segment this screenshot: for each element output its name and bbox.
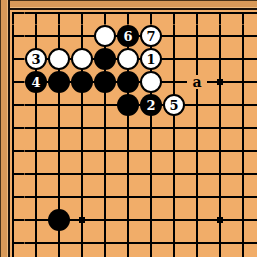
intersection-c2-r6[interactable] [25, 117, 48, 140]
intersection-c6-r3[interactable] [117, 48, 140, 71]
intersection-c7-r2[interactable]: 7 [140, 25, 163, 48]
intersection-c12-r6[interactable] [255, 117, 258, 140]
intersection-c10-r11[interactable] [209, 232, 232, 255]
black-stone [94, 48, 116, 70]
intersection-c9-r8[interactable] [186, 163, 209, 186]
intersection-c8-r11[interactable] [163, 232, 186, 255]
intersection-c4-r2[interactable] [71, 25, 94, 48]
intersection-c12-r7[interactable] [255, 140, 258, 163]
white-stone [140, 71, 162, 93]
go-diagram: 67314a25 [0, 0, 257, 257]
intersection-c12-r10[interactable] [255, 209, 258, 232]
intersection-c5-r10[interactable] [94, 209, 117, 232]
goban-grid: 67314a25 [2, 2, 258, 257]
intersection-c10-r10[interactable] [209, 209, 232, 232]
intersection-c10-r6[interactable] [209, 117, 232, 140]
white-stone-move-1: 1 [140, 48, 162, 70]
black-stone [71, 71, 93, 93]
intersection-c9-r6[interactable] [186, 117, 209, 140]
intersection-c3-r3[interactable] [48, 48, 71, 71]
intersection-c6-r4[interactable] [117, 71, 140, 94]
intersection-c7-r10[interactable] [140, 209, 163, 232]
intersection-c2-r10[interactable] [25, 209, 48, 232]
intersection-c12-r3[interactable] [255, 48, 258, 71]
intersection-c6-r11[interactable] [117, 232, 140, 255]
white-stone-move-7: 7 [140, 25, 162, 47]
intersection-c8-r9[interactable] [163, 186, 186, 209]
intersection-c2-r11[interactable] [25, 232, 48, 255]
intersection-c4-r5[interactable] [71, 94, 94, 117]
intersection-c9-r4[interactable]: a [186, 71, 209, 94]
black-stone [117, 94, 139, 116]
black-stone [48, 71, 70, 93]
intersection-c7-r3[interactable]: 1 [140, 48, 163, 71]
hoshi-dot [217, 79, 223, 85]
intersection-c5-r11[interactable] [94, 232, 117, 255]
intersection-c10-r4[interactable] [209, 71, 232, 94]
intersection-c4-r6[interactable] [71, 117, 94, 140]
intersection-c9-r11[interactable] [186, 232, 209, 255]
intersection-c3-r4[interactable] [48, 71, 71, 94]
intersection-c2-r2[interactable] [25, 25, 48, 48]
intersection-c6-r10[interactable] [117, 209, 140, 232]
intersection-c6-r8[interactable] [117, 163, 140, 186]
intersection-c5-r7[interactable] [94, 140, 117, 163]
intersection-c6-r9[interactable] [117, 186, 140, 209]
intersection-c8-r3[interactable] [163, 48, 186, 71]
intersection-c11-r5[interactable] [232, 94, 255, 117]
intersection-c4-r3[interactable] [71, 48, 94, 71]
intersection-c3-r8[interactable] [48, 163, 71, 186]
white-stone [94, 25, 116, 47]
intersection-c8-r7[interactable] [163, 140, 186, 163]
intersection-c5-r4[interactable] [94, 71, 117, 94]
intersection-c6-r5[interactable] [117, 94, 140, 117]
hoshi-dot [79, 217, 85, 223]
intersection-c11-r9[interactable] [232, 186, 255, 209]
intersection-c7-r11[interactable] [140, 232, 163, 255]
intersection-c7-r8[interactable] [140, 163, 163, 186]
board-frame-top [0, 0, 257, 10]
intersection-c9-r10[interactable] [186, 209, 209, 232]
intersection-c2-r8[interactable] [25, 163, 48, 186]
intersection-c8-r8[interactable] [163, 163, 186, 186]
intersection-c11-r11[interactable] [232, 232, 255, 255]
intersection-c11-r6[interactable] [232, 117, 255, 140]
intersection-c8-r4[interactable] [163, 71, 186, 94]
intersection-c12-r9[interactable] [255, 186, 258, 209]
black-stone [117, 71, 139, 93]
intersection-c8-r10[interactable] [163, 209, 186, 232]
intersection-c5-r8[interactable] [94, 163, 117, 186]
black-stone-move-2: 2 [140, 94, 162, 116]
intersection-c7-r6[interactable] [140, 117, 163, 140]
point-label-a: a [187, 75, 206, 89]
intersection-c9-r5[interactable] [186, 94, 209, 117]
black-stone [48, 209, 70, 231]
intersection-c2-r3[interactable]: 3 [25, 48, 48, 71]
intersection-c3-r5[interactable] [48, 94, 71, 117]
intersection-c5-r5[interactable] [94, 94, 117, 117]
white-stone [48, 48, 70, 70]
intersection-c8-r5[interactable]: 5 [163, 94, 186, 117]
white-stone [71, 48, 93, 70]
intersection-c6-r7[interactable] [117, 140, 140, 163]
intersection-c12-r5[interactable] [255, 94, 258, 117]
intersection-c12-r11[interactable] [255, 232, 258, 255]
intersection-c9-r3[interactable] [186, 48, 209, 71]
intersection-c8-r6[interactable] [163, 117, 186, 140]
intersection-c2-r9[interactable] [25, 186, 48, 209]
intersection-c2-r7[interactable] [25, 140, 48, 163]
white-stone-move-5: 5 [163, 94, 185, 116]
intersection-c3-r7[interactable] [48, 140, 71, 163]
intersection-c3-r6[interactable] [48, 117, 71, 140]
intersection-c12-r2[interactable] [255, 25, 258, 48]
intersection-c10-r3[interactable] [209, 48, 232, 71]
intersection-c4-r9[interactable] [71, 186, 94, 209]
intersection-c3-r11[interactable] [48, 232, 71, 255]
intersection-c4-r4[interactable] [71, 71, 94, 94]
intersection-c3-r10[interactable] [48, 209, 71, 232]
intersection-c5-r3[interactable] [94, 48, 117, 71]
intersection-c7-r5[interactable]: 2 [140, 94, 163, 117]
intersection-c11-r3[interactable] [232, 48, 255, 71]
intersection-c11-r2[interactable] [232, 25, 255, 48]
intersection-c5-r9[interactable] [94, 186, 117, 209]
intersection-c4-r11[interactable] [71, 232, 94, 255]
intersection-c7-r7[interactable] [140, 140, 163, 163]
intersection-c7-r9[interactable] [140, 186, 163, 209]
intersection-c9-r2[interactable] [186, 25, 209, 48]
black-stone-move-6: 6 [117, 25, 139, 47]
intersection-c11-r8[interactable] [232, 163, 255, 186]
intersection-c9-r7[interactable] [186, 140, 209, 163]
intersection-c12-r8[interactable] [255, 163, 258, 186]
intersection-c10-r9[interactable] [209, 186, 232, 209]
intersection-c5-r2[interactable] [94, 25, 117, 48]
intersection-c7-r4[interactable] [140, 71, 163, 94]
intersection-c11-r10[interactable] [232, 209, 255, 232]
intersection-c3-r9[interactable] [48, 186, 71, 209]
intersection-c10-r2[interactable] [209, 25, 232, 48]
intersection-c2-r5[interactable] [25, 94, 48, 117]
white-stone [117, 48, 139, 70]
white-stone-move-3: 3 [25, 48, 47, 70]
intersection-c12-r4[interactable] [255, 71, 258, 94]
intersection-c4-r10[interactable] [71, 209, 94, 232]
intersection-c2-r4[interactable]: 4 [25, 71, 48, 94]
intersection-c4-r8[interactable] [71, 163, 94, 186]
intersection-c10-r8[interactable] [209, 163, 232, 186]
intersection-c8-r2[interactable] [163, 25, 186, 48]
intersection-c9-r9[interactable] [186, 186, 209, 209]
board-frame-left [0, 0, 10, 257]
intersection-c3-r2[interactable] [48, 25, 71, 48]
intersection-c5-r6[interactable] [94, 117, 117, 140]
intersection-c4-r7[interactable] [71, 140, 94, 163]
intersection-c6-r6[interactable] [117, 117, 140, 140]
black-stone [94, 71, 116, 93]
intersection-c11-r4[interactable] [232, 71, 255, 94]
intersection-c10-r5[interactable] [209, 94, 232, 117]
intersection-c10-r7[interactable] [209, 140, 232, 163]
hoshi-dot [217, 217, 223, 223]
intersection-c6-r2[interactable]: 6 [117, 25, 140, 48]
black-stone-move-4: 4 [25, 71, 47, 93]
intersection-c11-r7[interactable] [232, 140, 255, 163]
